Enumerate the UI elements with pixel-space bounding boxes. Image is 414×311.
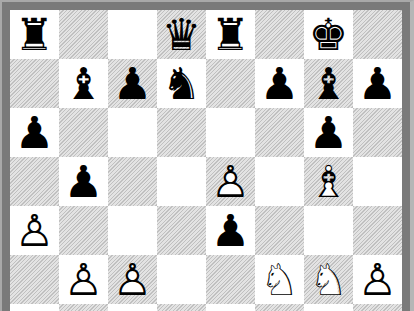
square-b6: [59, 108, 108, 157]
white-bishop: ♝♗: [304, 157, 353, 206]
square-f2: [255, 304, 304, 311]
square-a7: [10, 59, 59, 108]
square-d5: [157, 157, 206, 206]
square-e5: ♟♙: [206, 157, 255, 206]
square-e4: ♟: [206, 206, 255, 255]
square-e8: ♜: [206, 10, 255, 59]
white-pawn: ♟♙: [59, 255, 108, 304]
square-d4: [157, 206, 206, 255]
square-f8: [255, 10, 304, 59]
square-e7: [206, 59, 255, 108]
square-b7: ♝: [59, 59, 108, 108]
square-f6: [255, 108, 304, 157]
black-king: ♚: [304, 10, 353, 59]
square-b2: [59, 304, 108, 311]
square-b3: ♟♙: [59, 255, 108, 304]
chessboard-frame: ♜♛♜♚♝♟♞♟♝♟♟♟♟♟♙♝♗♟♙♟♟♙♟♙♞♘♞♘♟♙: [0, 0, 414, 311]
square-a5: [10, 157, 59, 206]
black-pawn: ♟: [10, 108, 59, 157]
black-bishop: ♝: [59, 59, 108, 108]
square-h6: [353, 108, 402, 157]
black-bishop: ♝: [304, 59, 353, 108]
square-d8: ♛: [157, 10, 206, 59]
white-pawn: ♟♙: [108, 255, 157, 304]
black-rook: ♜: [206, 10, 255, 59]
square-g2: [304, 304, 353, 311]
white-pawn: ♟♙: [10, 206, 59, 255]
square-h7: ♟: [353, 59, 402, 108]
black-pawn: ♟: [353, 59, 402, 108]
black-pawn: ♟: [255, 59, 304, 108]
square-h8: [353, 10, 402, 59]
square-d6: [157, 108, 206, 157]
square-b8: [59, 10, 108, 59]
square-a2: [10, 304, 59, 311]
square-h3: ♟♙: [353, 255, 402, 304]
square-e3: [206, 255, 255, 304]
black-pawn: ♟: [59, 157, 108, 206]
square-b4: [59, 206, 108, 255]
black-pawn: ♟: [206, 206, 255, 255]
square-a4: ♟♙: [10, 206, 59, 255]
square-a3: [10, 255, 59, 304]
square-c5: [108, 157, 157, 206]
square-d2: [157, 304, 206, 311]
square-h2: [353, 304, 402, 311]
square-c2: [108, 304, 157, 311]
black-pawn: ♟: [108, 59, 157, 108]
white-pawn: ♟♙: [353, 255, 402, 304]
white-knight: ♞♘: [304, 255, 353, 304]
square-h4: [353, 206, 402, 255]
white-pawn: ♟♙: [206, 157, 255, 206]
square-d7: ♞: [157, 59, 206, 108]
square-f7: ♟: [255, 59, 304, 108]
square-f5: [255, 157, 304, 206]
square-g6: ♟: [304, 108, 353, 157]
black-rook: ♜: [10, 10, 59, 59]
square-a6: ♟: [10, 108, 59, 157]
square-g3: ♞♘: [304, 255, 353, 304]
square-g5: ♝♗: [304, 157, 353, 206]
square-g7: ♝: [304, 59, 353, 108]
black-pawn: ♟: [304, 108, 353, 157]
black-queen: ♛: [157, 10, 206, 59]
square-b5: ♟: [59, 157, 108, 206]
square-c6: [108, 108, 157, 157]
square-c3: ♟♙: [108, 255, 157, 304]
chessboard: ♜♛♜♚♝♟♞♟♝♟♟♟♟♟♙♝♗♟♙♟♟♙♟♙♞♘♞♘♟♙: [10, 10, 402, 311]
black-knight: ♞: [157, 59, 206, 108]
square-a8: ♜: [10, 10, 59, 59]
square-f3: ♞♘: [255, 255, 304, 304]
square-h5: [353, 157, 402, 206]
square-c4: [108, 206, 157, 255]
square-g8: ♚: [304, 10, 353, 59]
square-e2: [206, 304, 255, 311]
white-knight: ♞♘: [255, 255, 304, 304]
square-f4: [255, 206, 304, 255]
square-c8: [108, 10, 157, 59]
square-d3: [157, 255, 206, 304]
square-g4: [304, 206, 353, 255]
square-c7: ♟: [108, 59, 157, 108]
square-e6: [206, 108, 255, 157]
